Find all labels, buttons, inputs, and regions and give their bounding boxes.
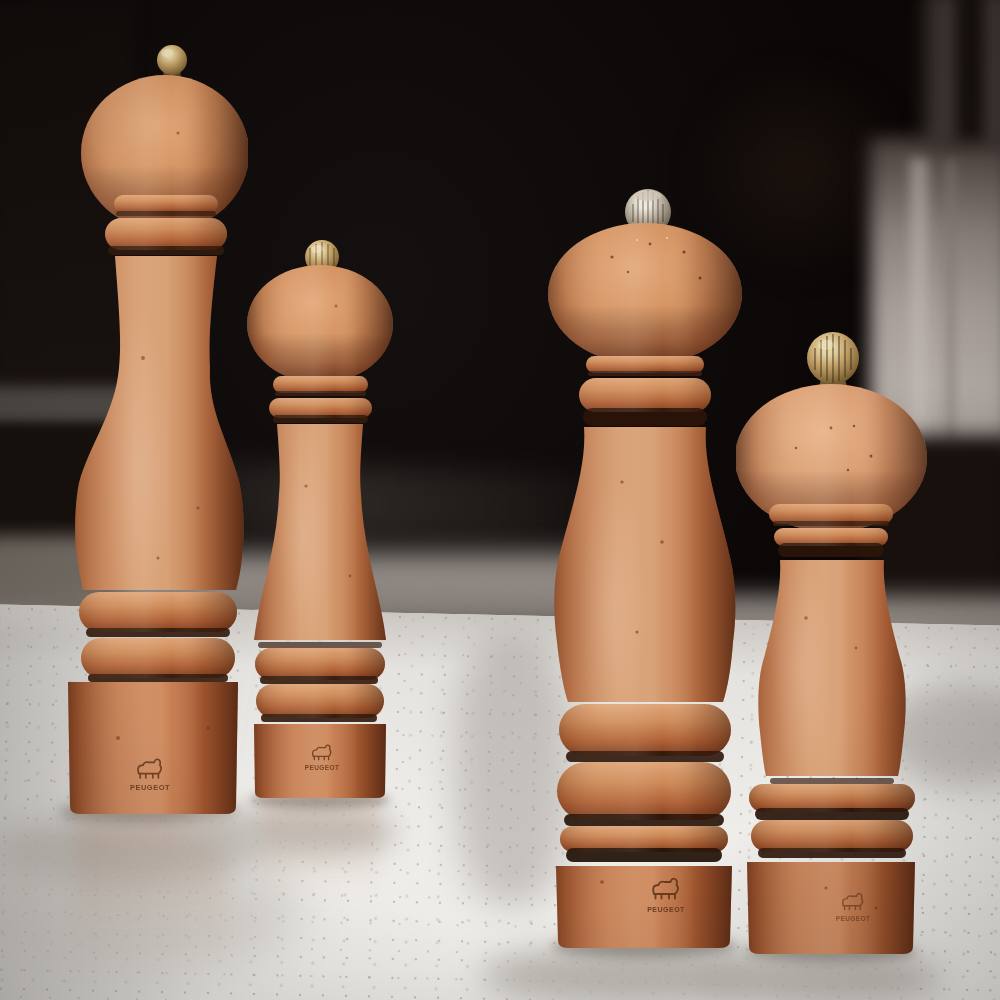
kitchen-photo-scene: PEUGEOT	[0, 0, 1000, 1000]
photo-vignette	[0, 0, 1000, 1000]
